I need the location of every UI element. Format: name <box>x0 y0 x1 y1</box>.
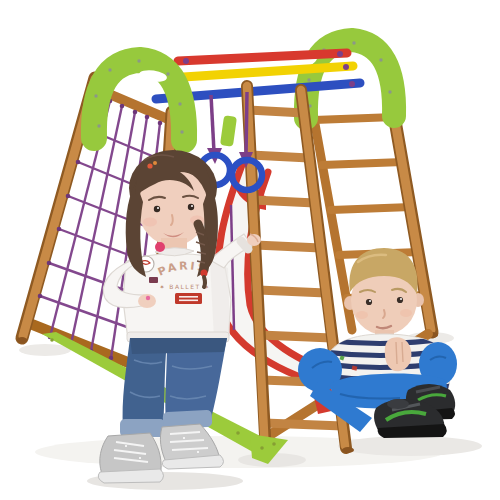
monkey-bar-yellow <box>168 66 353 78</box>
play-gym-scene: PARIS ✶ BALLET ✶ <box>0 0 500 500</box>
mini-patch <box>149 277 158 283</box>
hair-clip <box>147 163 152 168</box>
girl-jeans <box>120 338 227 437</box>
green-strap <box>220 115 237 147</box>
pink-pom-badge <box>155 242 165 252</box>
boy-hands <box>385 337 412 371</box>
pink-ring <box>146 296 150 300</box>
red-patch <box>175 293 202 304</box>
product-photo: PARIS ✶ BALLET ✶ <box>0 0 500 500</box>
